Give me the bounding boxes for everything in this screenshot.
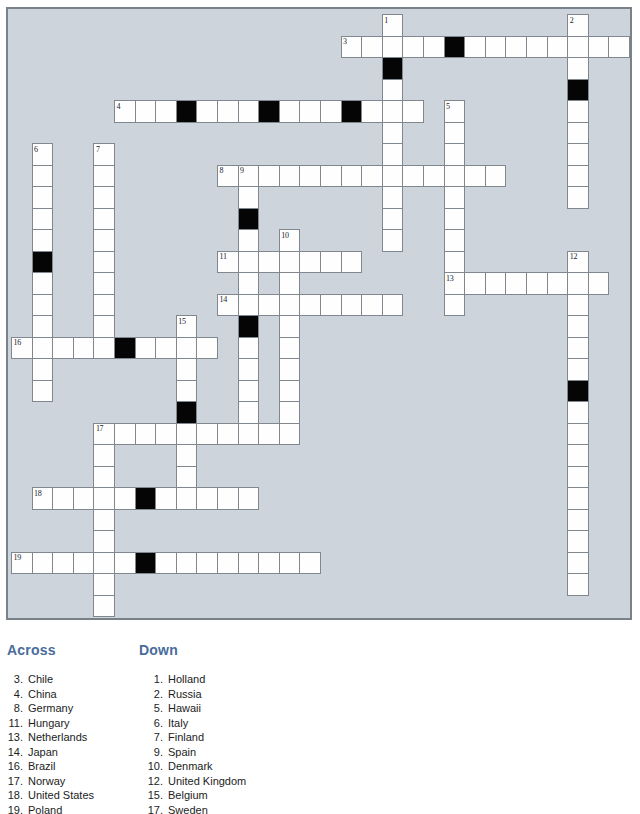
white-cell[interactable]	[567, 186, 589, 209]
white-cell[interactable]	[93, 552, 115, 575]
white-cell[interactable]	[279, 165, 301, 188]
white-cell[interactable]	[238, 380, 260, 403]
white-cell[interactable]	[567, 100, 589, 123]
white-cell[interactable]	[176, 552, 198, 575]
white-cell[interactable]	[238, 423, 260, 446]
white-cell[interactable]	[155, 552, 177, 575]
white-cell[interactable]	[176, 466, 198, 489]
black-cell	[567, 380, 589, 403]
clue-text: Chile	[28, 672, 53, 687]
clue-number: 11.	[0, 716, 23, 731]
black-cell	[238, 208, 260, 231]
cell-clue-number: 18	[34, 489, 41, 498]
white-cell[interactable]	[176, 444, 198, 467]
white-cell[interactable]	[93, 337, 115, 360]
white-cell[interactable]	[258, 423, 280, 446]
white-cell[interactable]	[361, 100, 383, 123]
white-cell[interactable]	[93, 294, 115, 317]
white-cell[interactable]	[382, 165, 404, 188]
black-cell	[567, 79, 589, 102]
down-heading: Down	[139, 642, 178, 658]
white-cell[interactable]	[238, 487, 260, 510]
down-clue-list: 1.Holland2.Russia5.Hawaii6.Italy7.Finlan…	[140, 672, 246, 814]
white-cell[interactable]	[567, 573, 589, 596]
white-cell[interactable]	[238, 186, 260, 209]
clue-text: China	[28, 687, 57, 702]
white-cell[interactable]	[217, 487, 239, 510]
white-cell[interactable]	[464, 36, 486, 59]
white-cell[interactable]	[73, 337, 95, 360]
white-cell[interactable]	[567, 315, 589, 338]
white-cell[interactable]	[93, 573, 115, 596]
white-cell[interactable]: 1	[382, 14, 404, 37]
black-cell	[341, 100, 363, 123]
white-cell[interactable]	[320, 251, 342, 274]
white-cell[interactable]	[279, 337, 301, 360]
clue-number: 8.	[0, 701, 23, 716]
crossword-board: 12345678910111213141516171819	[6, 7, 632, 620]
clue-text: Hawaii	[168, 701, 201, 716]
white-cell[interactable]: 14	[217, 294, 239, 317]
white-cell[interactable]	[423, 165, 445, 188]
clue-number: 3.	[0, 672, 23, 687]
white-cell[interactable]: 15	[176, 315, 198, 338]
white-cell[interactable]	[155, 337, 177, 360]
down-clue-item: 9.Spain	[140, 745, 246, 760]
black-cell	[176, 100, 198, 123]
across-heading: Across	[7, 642, 56, 658]
white-cell[interactable]	[93, 509, 115, 532]
clue-text: Spain	[168, 745, 196, 760]
white-cell[interactable]	[93, 165, 115, 188]
white-cell[interactable]	[382, 79, 404, 102]
white-cell[interactable]	[155, 423, 177, 446]
white-cell[interactable]	[279, 315, 301, 338]
white-cell[interactable]	[238, 251, 260, 274]
black-cell	[176, 401, 198, 424]
cell-clue-number: 11	[220, 252, 227, 261]
white-cell[interactable]	[402, 36, 424, 59]
white-cell[interactable]	[567, 358, 589, 381]
white-cell[interactable]	[567, 466, 589, 489]
white-cell[interactable]	[608, 36, 630, 59]
white-cell[interactable]	[32, 358, 54, 381]
white-cell[interactable]	[444, 208, 466, 231]
white-cell[interactable]	[238, 100, 260, 123]
white-cell[interactable]	[299, 552, 321, 575]
black-cell	[135, 552, 157, 575]
white-cell[interactable]	[93, 595, 115, 618]
cells-layer: 12345678910111213141516171819	[11, 14, 631, 618]
white-cell[interactable]	[93, 251, 115, 274]
white-cell[interactable]	[382, 186, 404, 209]
cell-clue-number: 14	[220, 295, 227, 304]
clue-text: Italy	[168, 716, 188, 731]
down-clue-item: 2.Russia	[140, 687, 246, 702]
across-clue-item: 8.Germany	[0, 701, 94, 716]
clue-text: Finland	[168, 730, 204, 745]
white-cell[interactable]	[402, 165, 424, 188]
cell-clue-number: 4	[117, 102, 121, 111]
across-clue-list: 3.Chile4.China8.Germany11.Hungary13.Neth…	[0, 672, 94, 814]
white-cell[interactable]	[258, 165, 280, 188]
white-cell[interactable]	[382, 229, 404, 252]
white-cell[interactable]: 11	[217, 251, 239, 274]
white-cell[interactable]	[567, 444, 589, 467]
white-cell[interactable]	[567, 165, 589, 188]
down-clue-item: 10.Denmark	[140, 759, 246, 774]
white-cell[interactable]	[341, 251, 363, 274]
white-cell[interactable]	[93, 315, 115, 338]
white-cell[interactable]	[32, 380, 54, 403]
white-cell[interactable]	[196, 552, 218, 575]
down-clue-item: 12.United Kingdom	[140, 774, 246, 789]
white-cell[interactable]	[567, 337, 589, 360]
cell-clue-number: 12	[570, 252, 577, 261]
white-cell[interactable]	[73, 487, 95, 510]
white-cell[interactable]: 3	[341, 36, 363, 59]
across-clue-item: 4.China	[0, 687, 94, 702]
white-cell[interactable]	[341, 165, 363, 188]
white-cell[interactable]: 6	[32, 143, 54, 166]
white-cell[interactable]	[320, 100, 342, 123]
white-cell[interactable]	[382, 143, 404, 166]
clue-text: United Kingdom	[168, 774, 246, 789]
white-cell[interactable]	[485, 272, 507, 295]
black-cell	[32, 251, 54, 274]
white-cell[interactable]	[361, 165, 383, 188]
white-cell[interactable]: 17	[93, 423, 115, 446]
white-cell[interactable]	[567, 509, 589, 532]
white-cell[interactable]	[526, 272, 548, 295]
white-cell[interactable]	[32, 186, 54, 209]
white-cell[interactable]	[238, 272, 260, 295]
white-cell[interactable]	[32, 165, 54, 188]
white-cell[interactable]	[588, 36, 610, 59]
clue-text: Norway	[28, 774, 65, 789]
white-cell[interactable]	[526, 36, 548, 59]
cell-clue-number: 16	[14, 338, 21, 347]
white-cell[interactable]: 12	[567, 251, 589, 274]
white-cell[interactable]	[279, 100, 301, 123]
white-cell[interactable]	[176, 423, 198, 446]
clue-number: 16.	[0, 759, 23, 774]
clue-number: 14.	[0, 745, 23, 760]
white-cell[interactable]	[32, 272, 54, 295]
cell-clue-number: 8	[220, 166, 224, 175]
white-cell[interactable]	[361, 36, 383, 59]
white-cell[interactable]	[258, 251, 280, 274]
black-cell	[258, 100, 280, 123]
white-cell[interactable]	[567, 294, 589, 317]
white-cell[interactable]	[135, 423, 157, 446]
white-cell[interactable]	[299, 294, 321, 317]
white-cell[interactable]	[93, 530, 115, 553]
down-clue-item: 7.Finland	[140, 730, 246, 745]
clue-text: Brazil	[28, 759, 56, 774]
clue-number: 18.	[0, 788, 23, 803]
white-cell[interactable]	[464, 272, 486, 295]
white-cell[interactable]	[444, 186, 466, 209]
white-cell[interactable]	[299, 165, 321, 188]
white-cell[interactable]	[382, 100, 404, 123]
across-clue-item: 14.Japan	[0, 745, 94, 760]
across-clue-item: 18.United States	[0, 788, 94, 803]
white-cell[interactable]	[279, 552, 301, 575]
cell-clue-number: 15	[178, 317, 185, 326]
white-cell[interactable]	[464, 165, 486, 188]
white-cell[interactable]	[93, 272, 115, 295]
white-cell[interactable]	[114, 552, 136, 575]
clue-number: 10.	[140, 759, 163, 774]
clue-number: 12.	[140, 774, 163, 789]
white-cell[interactable]	[444, 122, 466, 145]
white-cell[interactable]	[32, 294, 54, 317]
white-cell[interactable]	[279, 423, 301, 446]
across-clue-item: 17.Norway	[0, 774, 94, 789]
white-cell[interactable]	[444, 294, 466, 317]
cell-clue-number: 1	[384, 16, 388, 25]
clue-number: 5.	[140, 701, 163, 716]
white-cell[interactable]	[444, 165, 466, 188]
across-clue-item: 3.Chile	[0, 672, 94, 687]
white-cell[interactable]	[279, 401, 301, 424]
down-clue-item: 17.Sweden	[140, 803, 246, 814]
white-cell[interactable]	[567, 401, 589, 424]
white-cell[interactable]	[135, 100, 157, 123]
across-clue-item: 13.Netherlands	[0, 730, 94, 745]
down-clue-item: 15.Belgium	[140, 788, 246, 803]
clue-text: Holland	[168, 672, 205, 687]
white-cell[interactable]	[402, 100, 424, 123]
clue-text: Netherlands	[28, 730, 87, 745]
white-cell[interactable]: 9	[238, 165, 260, 188]
white-cell[interactable]	[52, 552, 74, 575]
clue-text: Belgium	[168, 788, 208, 803]
across-clue-item: 16.Brazil	[0, 759, 94, 774]
white-cell[interactable]	[217, 423, 239, 446]
down-clue-item: 1.Holland	[140, 672, 246, 687]
white-cell[interactable]	[93, 466, 115, 489]
white-cell[interactable]	[547, 36, 569, 59]
white-cell[interactable]	[279, 380, 301, 403]
white-cell[interactable]	[258, 294, 280, 317]
white-cell[interactable]	[196, 100, 218, 123]
clue-text: Hungary	[28, 716, 70, 731]
clue-number: 1.	[140, 672, 163, 687]
white-cell[interactable]	[155, 487, 177, 510]
white-cell[interactable]	[382, 208, 404, 231]
white-cell[interactable]: 19	[11, 552, 33, 575]
white-cell[interactable]	[382, 122, 404, 145]
cell-clue-number: 17	[96, 424, 103, 433]
white-cell[interactable]	[567, 423, 589, 446]
white-cell[interactable]	[279, 358, 301, 381]
clue-number: 9.	[140, 745, 163, 760]
white-cell[interactable]	[93, 208, 115, 231]
white-cell[interactable]	[279, 251, 301, 274]
white-cell[interactable]	[485, 36, 507, 59]
white-cell[interactable]	[320, 165, 342, 188]
white-cell[interactable]	[52, 487, 74, 510]
cell-clue-number: 6	[34, 145, 38, 154]
white-cell[interactable]	[505, 272, 527, 295]
white-cell[interactable]	[567, 487, 589, 510]
white-cell[interactable]	[135, 337, 157, 360]
white-cell[interactable]	[176, 380, 198, 403]
white-cell[interactable]	[505, 36, 527, 59]
cell-clue-number: 5	[446, 102, 450, 111]
white-cell[interactable]	[32, 337, 54, 360]
white-cell[interactable]	[114, 487, 136, 510]
white-cell[interactable]	[93, 444, 115, 467]
white-cell[interactable]	[196, 337, 218, 360]
clue-text: Russia	[168, 687, 202, 702]
white-cell[interactable]: 7	[93, 143, 115, 166]
black-cell	[382, 57, 404, 80]
down-clue-item: 5.Hawaii	[140, 701, 246, 716]
white-cell[interactable]	[279, 272, 301, 295]
white-cell[interactable]	[444, 143, 466, 166]
black-cell	[135, 487, 157, 510]
white-cell[interactable]: 10	[279, 229, 301, 252]
white-cell[interactable]	[32, 229, 54, 252]
white-cell[interactable]	[32, 552, 54, 575]
crossword-page: 12345678910111213141516171819 Across Dow…	[0, 0, 640, 814]
cell-clue-number: 3	[343, 37, 347, 46]
white-cell[interactable]	[176, 487, 198, 510]
white-cell[interactable]	[279, 294, 301, 317]
white-cell[interactable]	[567, 272, 589, 295]
white-cell[interactable]	[176, 358, 198, 381]
white-cell[interactable]	[73, 552, 95, 575]
white-cell[interactable]: 2	[567, 14, 589, 37]
white-cell[interactable]	[567, 530, 589, 553]
clue-text: Germany	[28, 701, 73, 716]
white-cell[interactable]	[217, 552, 239, 575]
white-cell[interactable]	[32, 208, 54, 231]
white-cell[interactable]	[238, 358, 260, 381]
black-cell	[114, 337, 136, 360]
clue-number: 17.	[0, 774, 23, 789]
white-cell[interactable]: 18	[32, 487, 54, 510]
cell-clue-number: 7	[96, 145, 100, 154]
white-cell[interactable]	[299, 251, 321, 274]
white-cell[interactable]	[196, 423, 218, 446]
white-cell[interactable]	[382, 294, 404, 317]
white-cell[interactable]	[114, 423, 136, 446]
white-cell[interactable]: 5	[444, 100, 466, 123]
cell-clue-number: 2	[570, 16, 574, 25]
white-cell[interactable]	[567, 552, 589, 575]
white-cell[interactable]	[155, 100, 177, 123]
clue-number: 19.	[0, 803, 23, 814]
clue-number: 15.	[140, 788, 163, 803]
white-cell[interactable]	[52, 337, 74, 360]
white-cell[interactable]: 13	[444, 272, 466, 295]
white-cell[interactable]	[299, 100, 321, 123]
white-cell[interactable]	[382, 36, 404, 59]
white-cell[interactable]	[485, 165, 507, 188]
clue-text: Japan	[28, 745, 58, 760]
white-cell[interactable]	[217, 100, 239, 123]
clue-number: 13.	[0, 730, 23, 745]
white-cell[interactable]: 8	[217, 165, 239, 188]
white-cell[interactable]	[238, 401, 260, 424]
down-clue-item: 6.Italy	[140, 716, 246, 731]
across-clue-item: 11.Hungary	[0, 716, 94, 731]
clue-number: 7.	[140, 730, 163, 745]
clue-text: Denmark	[168, 759, 213, 774]
white-cell[interactable]	[320, 294, 342, 317]
white-cell[interactable]	[238, 294, 260, 317]
clue-number: 4.	[0, 687, 23, 702]
white-cell[interactable]	[238, 229, 260, 252]
white-cell[interactable]	[567, 122, 589, 145]
white-cell[interactable]	[567, 36, 589, 59]
white-cell[interactable]	[567, 143, 589, 166]
white-cell[interactable]	[93, 487, 115, 510]
white-cell[interactable]	[258, 552, 280, 575]
clue-text: Sweden	[168, 803, 208, 814]
clue-number: 6.	[140, 716, 163, 731]
white-cell[interactable]	[547, 272, 569, 295]
white-cell[interactable]	[567, 57, 589, 80]
cell-clue-number: 10	[281, 231, 288, 240]
black-cell	[444, 36, 466, 59]
clue-text: Poland	[28, 803, 62, 814]
clue-number: 17.	[140, 803, 163, 814]
white-cell[interactable]: 16	[11, 337, 33, 360]
cell-clue-number: 9	[240, 166, 244, 175]
white-cell[interactable]	[238, 337, 260, 360]
white-cell[interactable]: 4	[114, 100, 136, 123]
clue-text: United States	[28, 788, 94, 803]
white-cell[interactable]	[32, 315, 54, 338]
black-cell	[238, 315, 260, 338]
cell-clue-number: 13	[446, 274, 453, 283]
cell-clue-number: 19	[14, 553, 21, 562]
white-cell[interactable]	[588, 272, 610, 295]
white-cell[interactable]	[196, 487, 218, 510]
white-cell[interactable]	[93, 186, 115, 209]
white-cell[interactable]	[93, 229, 115, 252]
white-cell[interactable]	[341, 294, 363, 317]
white-cell[interactable]	[444, 229, 466, 252]
white-cell[interactable]	[238, 552, 260, 575]
across-clue-item: 19.Poland	[0, 803, 94, 814]
white-cell[interactable]	[361, 294, 383, 317]
white-cell[interactable]	[176, 337, 198, 360]
white-cell[interactable]	[444, 251, 466, 274]
white-cell[interactable]	[423, 36, 445, 59]
clue-number: 2.	[140, 687, 163, 702]
